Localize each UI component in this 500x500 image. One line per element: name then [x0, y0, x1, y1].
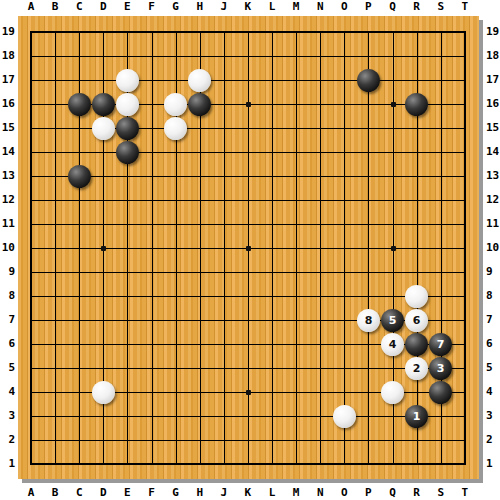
row-label-left-11: 11 — [0, 217, 15, 231]
stone-white-r5: 2 — [405, 357, 428, 380]
stone-black-e15 — [116, 117, 139, 140]
grid-line-vertical — [320, 32, 321, 464]
grid-line-vertical — [368, 32, 369, 464]
row-label-right-3: 3 — [486, 409, 500, 423]
row-label-right-11: 11 — [486, 217, 500, 231]
stone-white-q6: 4 — [381, 333, 404, 356]
row-label-right-17: 17 — [486, 73, 500, 87]
move-number-label: 3 — [437, 363, 445, 374]
column-label-bottom-O: O — [334, 486, 354, 500]
column-label-bottom-H: H — [190, 486, 210, 500]
row-label-right-4: 4 — [486, 385, 500, 399]
column-label-top-C: C — [69, 0, 89, 14]
column-label-bottom-L: L — [262, 486, 282, 500]
row-label-left-16: 16 — [0, 97, 15, 111]
grid-line-horizontal — [31, 440, 465, 441]
row-label-left-18: 18 — [0, 49, 15, 63]
column-label-top-S: S — [431, 0, 451, 14]
column-label-top-N: N — [310, 0, 330, 14]
column-label-top-B: B — [45, 0, 65, 14]
column-label-bottom-Q: Q — [383, 486, 403, 500]
row-label-left-5: 5 — [0, 361, 15, 375]
grid-line-vertical — [344, 32, 345, 464]
column-label-bottom-J: J — [214, 486, 234, 500]
stone-black-r16 — [405, 93, 428, 116]
stone-black-r3: 1 — [405, 405, 428, 428]
move-number-label: 2 — [413, 363, 421, 374]
star-point-Q16 — [391, 102, 396, 107]
grid-line-horizontal — [31, 368, 465, 369]
stone-white-o3 — [333, 405, 356, 428]
column-label-top-O: O — [334, 0, 354, 14]
column-label-top-G: G — [166, 0, 186, 14]
row-label-right-18: 18 — [486, 49, 500, 63]
stone-black-c16 — [68, 93, 91, 116]
column-label-top-J: J — [214, 0, 234, 14]
row-label-left-2: 2 — [0, 433, 15, 447]
row-label-left-3: 3 — [0, 409, 15, 423]
grid-line-horizontal — [31, 272, 465, 273]
move-number-label: 1 — [413, 411, 421, 422]
row-label-right-19: 19 — [486, 25, 500, 39]
stone-black-s5: 3 — [429, 357, 452, 380]
stone-black-c13 — [68, 165, 91, 188]
go-board[interactable]: 85647231 — [18, 16, 479, 479]
stone-white-d15 — [92, 117, 115, 140]
grid-line-vertical — [272, 32, 273, 464]
star-point-K10 — [246, 246, 251, 251]
row-label-left-12: 12 — [0, 193, 15, 207]
stone-white-r8 — [405, 285, 428, 308]
stone-black-p17 — [357, 69, 380, 92]
stone-black-s4 — [429, 381, 452, 404]
column-label-bottom-M: M — [286, 486, 306, 500]
column-label-bottom-K: K — [238, 486, 258, 500]
column-label-top-T: T — [455, 0, 475, 14]
row-label-left-7: 7 — [0, 313, 15, 327]
column-label-top-P: P — [358, 0, 378, 14]
row-label-right-5: 5 — [486, 361, 500, 375]
row-label-right-8: 8 — [486, 289, 500, 303]
column-label-top-H: H — [190, 0, 210, 14]
stone-white-e16 — [116, 93, 139, 116]
column-label-bottom-D: D — [93, 486, 113, 500]
column-label-top-K: K — [238, 0, 258, 14]
go-diagram-screen: ABCDEFGHJKLMNOPQRST ABCDEFGHJKLMNOPQRST … — [0, 0, 500, 500]
row-label-right-13: 13 — [486, 169, 500, 183]
row-label-left-14: 14 — [0, 145, 15, 159]
column-label-top-M: M — [286, 0, 306, 14]
grid-line-horizontal — [31, 296, 465, 297]
stone-black-r6 — [405, 333, 428, 356]
stone-white-p7: 8 — [357, 309, 380, 332]
row-label-right-15: 15 — [486, 121, 500, 135]
row-label-right-1: 1 — [486, 457, 500, 471]
column-label-bottom-A: A — [21, 486, 41, 500]
row-label-right-6: 6 — [486, 337, 500, 351]
stone-black-e14 — [116, 141, 139, 164]
column-label-top-L: L — [262, 0, 282, 14]
row-label-left-4: 4 — [0, 385, 15, 399]
stone-black-d16 — [92, 93, 115, 116]
move-number-label: 7 — [437, 339, 445, 350]
star-point-Q10 — [391, 246, 396, 251]
stone-black-q7: 5 — [381, 309, 404, 332]
row-label-left-19: 19 — [0, 25, 15, 39]
move-number-label: 6 — [413, 315, 421, 326]
stone-white-h17 — [188, 69, 211, 92]
stone-black-s6: 7 — [429, 333, 452, 356]
star-point-K16 — [246, 102, 251, 107]
stone-white-e17 — [116, 69, 139, 92]
column-label-bottom-N: N — [310, 486, 330, 500]
row-label-right-2: 2 — [486, 433, 500, 447]
column-label-bottom-B: B — [45, 486, 65, 500]
column-label-top-R: R — [407, 0, 427, 14]
row-label-right-9: 9 — [486, 265, 500, 279]
column-label-top-F: F — [142, 0, 162, 14]
column-label-top-E: E — [117, 0, 137, 14]
row-label-right-10: 10 — [486, 241, 500, 255]
stone-white-q4 — [381, 381, 404, 404]
column-label-bottom-F: F — [142, 486, 162, 500]
row-label-left-10: 10 — [0, 241, 15, 255]
column-label-top-A: A — [21, 0, 41, 14]
row-label-right-14: 14 — [486, 145, 500, 159]
move-number-label: 4 — [389, 339, 397, 350]
column-label-bottom-R: R — [407, 486, 427, 500]
column-label-bottom-T: T — [455, 486, 475, 500]
star-point-K4 — [246, 390, 251, 395]
star-point-D10 — [101, 246, 106, 251]
stone-white-d4 — [92, 381, 115, 404]
stone-white-g15 — [164, 117, 187, 140]
row-label-right-7: 7 — [486, 313, 500, 327]
row-label-right-12: 12 — [486, 193, 500, 207]
row-label-left-13: 13 — [0, 169, 15, 183]
row-label-right-16: 16 — [486, 97, 500, 111]
column-label-bottom-G: G — [166, 486, 186, 500]
move-number-label: 5 — [389, 315, 397, 326]
column-label-bottom-S: S — [431, 486, 451, 500]
row-label-left-6: 6 — [0, 337, 15, 351]
stone-black-h16 — [188, 93, 211, 116]
row-label-left-17: 17 — [0, 73, 15, 87]
column-label-top-Q: Q — [383, 0, 403, 14]
row-label-left-8: 8 — [0, 289, 15, 303]
grid-line-vertical — [296, 32, 297, 464]
column-label-bottom-P: P — [358, 486, 378, 500]
row-label-left-1: 1 — [0, 457, 15, 471]
stone-white-r7: 6 — [405, 309, 428, 332]
grid-line-horizontal — [31, 416, 465, 417]
move-number-label: 8 — [365, 315, 373, 326]
row-label-left-15: 15 — [0, 121, 15, 135]
column-label-top-D: D — [93, 0, 113, 14]
column-label-bottom-E: E — [117, 486, 137, 500]
stone-white-g16 — [164, 93, 187, 116]
row-label-left-9: 9 — [0, 265, 15, 279]
column-label-bottom-C: C — [69, 486, 89, 500]
